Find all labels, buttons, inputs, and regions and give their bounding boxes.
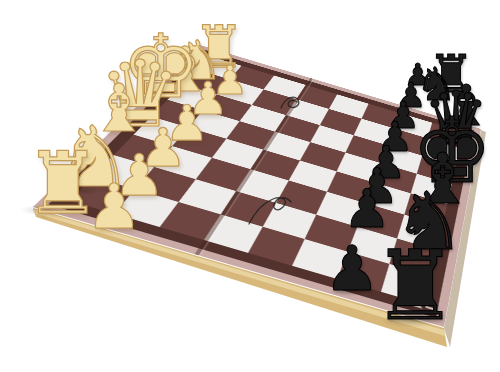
white-pawn: ♟ — [86, 176, 142, 238]
pieces-layer: ♜♞♝♟♚♟♛♝♟♟♞♟♜♟♟♜♞♟♝♟♛♟♟♚♝♟♟♞♟♜ — [0, 0, 500, 372]
black-pawn: ♟ — [343, 182, 391, 235]
product-photo: ♜♞♝♟♚♟♛♝♟♟♞♟♜♟♟♜♞♟♝♟♛♟♟♚♝♟♟♞♟♜ — [0, 0, 500, 372]
black-rook: ♜ — [372, 238, 458, 334]
